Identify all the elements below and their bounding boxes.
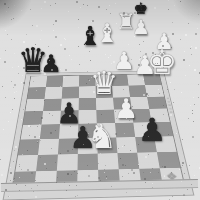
square-a6	[25, 99, 44, 112]
square-g6	[130, 97, 149, 110]
square-f7	[112, 85, 130, 97]
square-b3	[38, 139, 59, 155]
square-c6	[61, 98, 79, 111]
square-f8	[111, 75, 128, 86]
square-f3	[116, 137, 137, 153]
square-h4	[152, 122, 173, 137]
piece-black-king-h8: ♚	[134, 1, 148, 17]
board-grid: ❖	[11, 74, 185, 192]
square-e2	[98, 153, 119, 170]
square-e7	[96, 86, 113, 98]
square-a3	[18, 139, 40, 155]
square-c2	[57, 154, 78, 171]
square-b4	[40, 124, 60, 139]
square-d4	[78, 123, 97, 138]
square-c5	[60, 110, 79, 124]
square-d7	[79, 86, 96, 98]
square-d2	[77, 153, 98, 170]
square-e3	[97, 137, 117, 153]
square-e6	[96, 97, 114, 110]
square-b2	[36, 154, 58, 171]
square-f6	[113, 97, 132, 110]
square-b5	[42, 111, 61, 125]
square-a5	[23, 111, 43, 125]
chess-board-photo: ❖ ♚♜♟♝♝♟♛♟♛♟♟♚♟♟♟♞♟	[0, 0, 200, 200]
square-g5	[132, 109, 152, 123]
piece-white-pawn-f5: ♟	[113, 49, 135, 73]
square-h2	[157, 151, 180, 168]
square-d8	[79, 75, 96, 86]
square-f2	[117, 152, 139, 169]
square-b7	[45, 87, 63, 99]
square-h5	[149, 109, 170, 123]
piece-white-pawn-h7: ♟	[132, 17, 150, 37]
square-b8	[46, 76, 63, 87]
piece-white-bishop-e6: ♝	[95, 20, 118, 46]
square-a4	[21, 125, 42, 140]
square-d3	[78, 138, 98, 154]
piece-white-rook-g7: ♜	[116, 11, 136, 33]
square-e5	[96, 110, 115, 124]
square-c3	[58, 138, 78, 154]
piece-black-bishop-d6: ♝	[78, 23, 101, 49]
square-b6	[43, 98, 62, 111]
square-h6	[147, 96, 167, 109]
square-a8	[29, 76, 47, 87]
square-c8	[62, 76, 79, 87]
square-c4	[59, 124, 78, 139]
square-a7	[27, 87, 46, 99]
square-c7	[62, 86, 79, 98]
piece-white-pawn-h6: ♟	[154, 31, 174, 53]
square-e4	[97, 123, 116, 138]
square-a2	[15, 155, 38, 172]
square-d5	[78, 110, 96, 124]
square-e8	[95, 75, 112, 86]
square-f4	[115, 123, 135, 138]
square-h7	[145, 85, 164, 97]
square-h8	[143, 74, 161, 85]
square-f5	[114, 109, 133, 123]
square-d6	[79, 98, 97, 111]
square-h3	[154, 136, 176, 152]
square-g7	[129, 85, 147, 97]
square-g8	[127, 74, 145, 85]
